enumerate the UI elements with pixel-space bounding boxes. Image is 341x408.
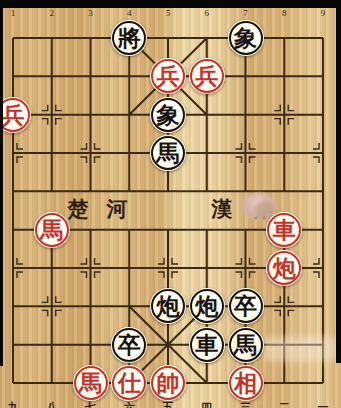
- file-label-bottom: 二: [279, 402, 290, 408]
- piece-glyph: 馬: [40, 219, 63, 242]
- piece-glyph: 炮: [273, 257, 296, 280]
- piece-red-elephant[interactable]: 相: [228, 365, 264, 401]
- piece-glyph: 象: [234, 27, 257, 50]
- piece-glyph: 炮: [195, 295, 218, 318]
- piece-black-horse[interactable]: 馬: [150, 135, 186, 171]
- piece-black-horse[interactable]: 馬: [228, 327, 264, 363]
- piece-glyph: 車: [195, 334, 218, 357]
- file-label-bottom: 八: [46, 402, 57, 408]
- screen-edge-right: [336, 0, 341, 363]
- file-label-top: 7: [243, 9, 248, 18]
- piece-glyph: 仕: [118, 372, 141, 395]
- file-label-top: 5: [166, 9, 171, 18]
- piece-glyph: 車: [273, 219, 296, 242]
- piece-glyph: 兵: [195, 65, 218, 88]
- file-label-bottom: 五: [163, 402, 174, 408]
- piece-black-general[interactable]: 將: [111, 20, 147, 56]
- file-label-top: 2: [50, 9, 55, 18]
- piece-glyph: 兵: [157, 65, 180, 88]
- piece-red-horse[interactable]: 馬: [73, 365, 109, 401]
- piece-red-chariot[interactable]: 車: [266, 212, 302, 248]
- file-label-top: 6: [205, 9, 210, 18]
- piece-glyph: 卒: [118, 334, 141, 357]
- piece-glyph: 帥: [157, 372, 180, 395]
- piece-glyph: 炮: [157, 295, 180, 318]
- piece-red-advisor[interactable]: 仕: [111, 365, 147, 401]
- file-label-top: 1: [11, 9, 16, 18]
- river-text-han: 漢: [212, 199, 233, 220]
- piece-black-soldier[interactable]: 卒: [111, 327, 147, 363]
- file-label-bottom: 四: [201, 402, 212, 408]
- piece-red-cannon[interactable]: 炮: [266, 250, 302, 286]
- file-label-bottom: 六: [124, 402, 135, 408]
- file-label-top: 9: [321, 9, 326, 18]
- piece-black-elephant[interactable]: 象: [150, 97, 186, 133]
- river-text-he: 河: [107, 199, 128, 220]
- file-label-bottom: 一: [318, 402, 329, 408]
- piece-glyph: 馬: [234, 334, 257, 357]
- piece-glyph: 相: [234, 372, 257, 395]
- piece-glyph: 卒: [234, 295, 257, 318]
- watermark-smudge: [262, 336, 338, 362]
- screen-edge-top: [0, 0, 341, 8]
- file-label-top: 3: [88, 9, 93, 18]
- piece-glyph: 馬: [157, 142, 180, 165]
- piece-glyph: 馬: [79, 372, 102, 395]
- piece-black-elephant[interactable]: 象: [228, 20, 264, 56]
- screen-edge-left: [0, 0, 3, 366]
- river-text-chu: 楚: [68, 199, 89, 220]
- file-label-bottom: 九: [8, 402, 19, 408]
- file-label-top: 4: [127, 9, 132, 18]
- piece-red-general[interactable]: 帥: [150, 365, 186, 401]
- piece-glyph: 象: [157, 104, 180, 127]
- piece-glyph: 兵: [2, 104, 25, 127]
- piece-black-chariot[interactable]: 車: [189, 327, 225, 363]
- file-label-top: 8: [282, 9, 287, 18]
- piece-black-cannon[interactable]: 炮: [189, 288, 225, 324]
- piece-red-soldier[interactable]: 兵: [189, 58, 225, 94]
- file-label-bottom: 七: [85, 402, 96, 408]
- file-label-bottom: 三: [240, 402, 251, 408]
- piece-red-horse[interactable]: 馬: [34, 212, 70, 248]
- xiangqi-board: 楚 河 漢 界 123456789 九八七六五四三二一 將象兵兵兵象馬馬車炮炮炮…: [0, 0, 341, 408]
- piece-glyph: 將: [118, 27, 141, 50]
- piece-black-soldier[interactable]: 卒: [228, 288, 264, 324]
